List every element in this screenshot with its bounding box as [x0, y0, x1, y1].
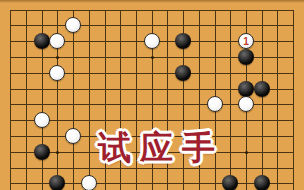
black-stone[interactable] [238, 49, 254, 65]
grid-line [89, 10, 90, 190]
star-point [151, 56, 154, 59]
white-stone[interactable] [34, 112, 50, 128]
grid-line [10, 25, 294, 26]
black-stone[interactable] [49, 175, 65, 190]
star-point [56, 151, 59, 154]
grid-line [10, 168, 294, 169]
white-stone[interactable] [207, 96, 223, 112]
caption-text: 试应手 [98, 131, 224, 164]
black-stone[interactable] [254, 81, 270, 97]
black-stone[interactable] [175, 65, 191, 81]
black-stone[interactable] [254, 175, 270, 190]
grid-line [10, 10, 11, 190]
grid-line [10, 120, 294, 121]
white-stone[interactable] [144, 33, 160, 49]
grid-line [73, 10, 74, 190]
white-stone[interactable] [49, 33, 65, 49]
white-stone[interactable] [49, 65, 65, 81]
black-stone[interactable] [34, 144, 50, 160]
black-stone[interactable] [34, 33, 50, 49]
grid-line [262, 10, 263, 190]
black-stone[interactable] [175, 33, 191, 49]
go-board-view: 1 试应手 [0, 0, 304, 190]
grid-line [10, 10, 294, 11]
white-stone-move-1[interactable]: 1 [238, 33, 254, 49]
white-stone[interactable] [238, 96, 254, 112]
white-stone[interactable] [65, 17, 81, 33]
grid-line [26, 10, 27, 190]
grid-line [230, 10, 231, 190]
star-point [245, 151, 248, 154]
grid-line [277, 10, 278, 190]
grid-line [293, 10, 294, 190]
black-stone[interactable] [238, 81, 254, 97]
white-stone[interactable] [65, 128, 81, 144]
white-stone[interactable] [81, 175, 97, 190]
black-stone[interactable] [222, 175, 238, 190]
star-point [56, 56, 59, 59]
move-number-label: 1 [243, 37, 249, 47]
